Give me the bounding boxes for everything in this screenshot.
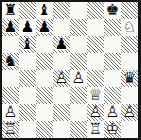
black-king-piece[interactable]: ♚	[104, 2, 121, 19]
square-b3[interactable]	[19, 87, 36, 104]
black-pawn-piece[interactable]: ♟	[53, 36, 70, 53]
square-e4[interactable]: ♟♙	[70, 70, 87, 87]
pawn-piece-glyph: ♟	[38, 19, 52, 36]
square-a3[interactable]	[2, 87, 19, 104]
square-h6[interactable]	[121, 36, 138, 53]
pawn-piece-outline: ♙	[123, 104, 137, 121]
black-knight-piece[interactable]: ♞	[2, 53, 19, 70]
square-d3[interactable]	[53, 87, 70, 104]
square-b4[interactable]	[19, 70, 36, 87]
square-a8[interactable]: ♜	[2, 2, 19, 19]
square-h7[interactable]: ♞♘	[121, 19, 138, 36]
square-f7[interactable]	[87, 19, 104, 36]
white-pawn-piece[interactable]: ♟♙	[121, 104, 138, 121]
white-rook-piece[interactable]: ♜♖	[87, 121, 104, 138]
square-h4[interactable]: ♛	[121, 70, 138, 87]
white-pawn-piece[interactable]: ♟♙	[70, 70, 87, 87]
square-d2[interactable]	[53, 104, 70, 121]
square-d1[interactable]	[53, 121, 70, 138]
square-f2[interactable]: ♟♙	[87, 104, 104, 121]
square-a2[interactable]: ♟♙	[2, 104, 19, 121]
square-h5[interactable]	[121, 53, 138, 70]
square-h1[interactable]	[121, 121, 138, 138]
square-c4[interactable]	[36, 70, 53, 87]
square-c5[interactable]	[36, 53, 53, 70]
white-pawn-piece[interactable]: ♟♙	[87, 104, 104, 121]
bishop-piece-glyph: ♝	[38, 2, 52, 19]
pawn-piece-outline: ♙	[72, 70, 86, 87]
square-g5[interactable]	[104, 53, 121, 70]
square-e8[interactable]	[70, 2, 87, 19]
square-c1[interactable]	[36, 121, 53, 138]
square-c6[interactable]	[36, 36, 53, 53]
square-d7[interactable]	[53, 19, 70, 36]
pawn-piece-outline: ♙	[89, 104, 103, 121]
square-f6[interactable]	[87, 36, 104, 53]
square-c7[interactable]: ♟	[36, 19, 53, 36]
king-piece-glyph: ♚	[106, 2, 120, 19]
pawn-piece-glyph: ♟	[4, 19, 18, 36]
queen-piece-glyph: ♛	[123, 70, 137, 87]
square-g6[interactable]	[104, 36, 121, 53]
knight-piece-glyph: ♞	[4, 53, 18, 70]
square-g8[interactable]: ♚	[104, 2, 121, 19]
square-e3[interactable]	[70, 87, 87, 104]
knight-piece-outline: ♘	[123, 19, 137, 36]
white-queen-piece[interactable]: ♛♕	[87, 87, 104, 104]
square-g2[interactable]: ♟♙	[104, 104, 121, 121]
square-d5[interactable]	[53, 53, 70, 70]
black-pawn-piece[interactable]: ♟	[36, 19, 53, 36]
black-rook-piece[interactable]: ♜	[2, 2, 19, 19]
square-a5[interactable]: ♞	[2, 53, 19, 70]
black-pawn-piece[interactable]: ♟	[2, 19, 19, 36]
black-bishop-piece[interactable]: ♝	[36, 2, 53, 19]
square-e7[interactable]	[70, 19, 87, 36]
white-pawn-piece[interactable]: ♟♙	[2, 104, 19, 121]
pawn-piece-outline: ♙	[106, 104, 120, 121]
square-e1[interactable]	[70, 121, 87, 138]
square-b5[interactable]	[19, 53, 36, 70]
square-b7[interactable]: ♟	[19, 19, 36, 36]
square-d4[interactable]: ♟♙	[53, 70, 70, 87]
square-g4[interactable]	[104, 70, 121, 87]
square-b2[interactable]	[19, 104, 36, 121]
white-pawn-piece[interactable]: ♟♙	[104, 104, 121, 121]
white-king-piece[interactable]: ♚♔	[104, 121, 121, 138]
square-d6[interactable]: ♟	[53, 36, 70, 53]
square-b1[interactable]	[19, 121, 36, 138]
square-e6[interactable]	[70, 36, 87, 53]
square-c8[interactable]: ♝	[36, 2, 53, 19]
pawn-piece-outline: ♙	[4, 104, 18, 121]
square-f8[interactable]	[87, 2, 104, 19]
square-a7[interactable]: ♟	[2, 19, 19, 36]
rook-piece-outline: ♖	[89, 121, 103, 138]
square-e5[interactable]	[70, 53, 87, 70]
square-g3[interactable]	[104, 87, 121, 104]
square-b6[interactable]: ♝	[19, 36, 36, 53]
black-bishop-piece[interactable]: ♝	[19, 36, 36, 53]
square-c2[interactable]	[36, 104, 53, 121]
square-h3[interactable]	[121, 87, 138, 104]
square-c3[interactable]	[36, 87, 53, 104]
chess-board[interactable]: ♜♝♚♟♟♟♞♘♝♟♞♟♙♟♙♛♛♕♟♙♟♙♟♙♟♙♜♖♜♖♚♔	[0, 0, 141, 140]
queen-piece-outline: ♕	[89, 87, 103, 104]
square-g7[interactable]	[104, 19, 121, 36]
chess-diagram: ♜♝♚♟♟♟♞♘♝♟♞♟♙♟♙♛♛♕♟♙♟♙♟♙♟♙♜♖♜♖♚♔	[0, 0, 141, 140]
white-pawn-piece[interactable]: ♟♙	[53, 70, 70, 87]
pawn-piece-outline: ♙	[55, 70, 69, 87]
rook-piece-glyph: ♜	[4, 2, 18, 19]
black-pawn-piece[interactable]: ♟	[19, 19, 36, 36]
square-b8[interactable]	[19, 2, 36, 19]
square-a1[interactable]: ♜♖	[2, 121, 19, 138]
white-rook-piece[interactable]: ♜♖	[2, 121, 19, 138]
square-a4[interactable]	[2, 70, 19, 87]
bishop-piece-glyph: ♝	[21, 36, 35, 53]
pawn-piece-glyph: ♟	[21, 19, 35, 36]
square-f4[interactable]	[87, 70, 104, 87]
king-piece-outline: ♔	[106, 121, 120, 138]
square-h2[interactable]: ♟♙	[121, 104, 138, 121]
square-f5[interactable]	[87, 53, 104, 70]
black-queen-piece[interactable]: ♛	[121, 70, 138, 87]
square-g1[interactable]: ♚♔	[104, 121, 121, 138]
square-f1[interactable]: ♜♖	[87, 121, 104, 138]
square-a6[interactable]	[2, 36, 19, 53]
square-e2[interactable]	[70, 104, 87, 121]
square-d8[interactable]	[53, 2, 70, 19]
pawn-piece-glyph: ♟	[55, 36, 69, 53]
square-h8[interactable]	[121, 2, 138, 19]
white-knight-piece[interactable]: ♞♘	[121, 19, 138, 36]
rook-piece-outline: ♖	[4, 121, 18, 138]
square-f3[interactable]: ♛♕	[87, 87, 104, 104]
